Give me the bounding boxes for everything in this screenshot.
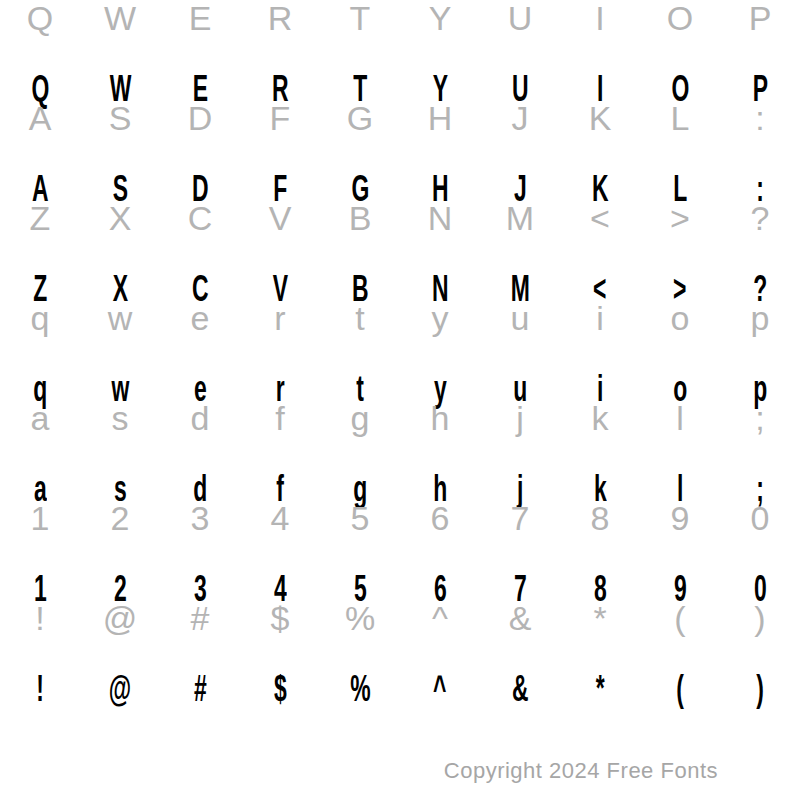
char-cell: g <box>320 401 400 435</box>
char-glyph: 9 <box>671 501 690 535</box>
char-glyph: h <box>431 401 450 435</box>
char-glyph: Y <box>429 1 452 35</box>
char-glyph: 4 <box>271 501 290 535</box>
char-glyph: H <box>428 101 453 135</box>
char-cell: ^ <box>400 601 480 635</box>
char-cell: O <box>640 1 720 35</box>
char-cell: ) <box>720 601 800 635</box>
char-glyph: Q <box>27 1 53 35</box>
char-glyph: 6 <box>431 501 450 535</box>
char-cell: J <box>480 101 560 135</box>
char-glyph: 3 <box>191 501 210 535</box>
char-cell: * <box>560 670 640 707</box>
char-cell: a <box>0 401 80 435</box>
char-glyph: J <box>512 101 529 135</box>
char-cell: * <box>560 601 640 635</box>
char-cell: & <box>480 670 560 707</box>
char-glyph: p <box>751 301 770 335</box>
char-cell: k <box>560 401 640 435</box>
char-cell: E <box>160 1 240 35</box>
char-cell: t <box>320 301 400 335</box>
char-glyph: ? <box>751 201 770 235</box>
preview-row: asdfghjkl; <box>0 401 800 435</box>
char-glyph: W <box>104 1 136 35</box>
char-cell: ! <box>0 670 80 707</box>
char-glyph: * <box>593 601 606 635</box>
char-cell: i <box>560 301 640 335</box>
char-cell: 6 <box>400 501 480 535</box>
char-cell: V <box>240 201 320 235</box>
char-glyph: E <box>189 1 212 35</box>
char-cell: 9 <box>640 501 720 535</box>
char-glyph: o <box>671 301 690 335</box>
char-glyph: 5 <box>351 501 370 535</box>
char-glyph: ) <box>756 670 764 707</box>
char-glyph: P <box>749 1 772 35</box>
char-cell: @ <box>80 670 160 707</box>
char-cell: 5 <box>320 501 400 535</box>
char-cell: q <box>0 301 80 335</box>
footer-copyright: Copyright 2024 Free Fonts <box>444 760 718 782</box>
char-cell: 0 <box>720 501 800 535</box>
char-glyph: T <box>350 1 371 35</box>
char-cell: ( <box>640 601 720 635</box>
char-cell: h <box>400 401 480 435</box>
char-cell: $ <box>240 601 320 635</box>
char-glyph: > <box>670 201 690 235</box>
char-cell: L <box>640 101 720 135</box>
char-glyph: y <box>432 301 449 335</box>
char-glyph: K <box>589 101 612 135</box>
char-glyph: # <box>194 670 207 707</box>
char-glyph: k <box>592 401 609 435</box>
char-cell: S <box>80 101 160 135</box>
char-cell: s <box>80 401 160 435</box>
char-cell: A <box>0 101 80 135</box>
char-cell: N <box>400 201 480 235</box>
char-cell: & <box>480 601 560 635</box>
char-glyph: ) <box>754 601 765 635</box>
char-cell: I <box>560 1 640 35</box>
char-glyph: U <box>508 1 533 35</box>
char-cell: Z <box>0 201 80 235</box>
char-cell: M <box>480 201 560 235</box>
char-cell: j <box>480 401 560 435</box>
char-glyph: u <box>511 301 530 335</box>
char-cell: X <box>80 201 160 235</box>
char-glyph: V <box>269 201 292 235</box>
char-glyph: C <box>188 201 213 235</box>
char-cell: ^ <box>400 670 480 707</box>
char-cell: e <box>160 301 240 335</box>
char-glyph: f <box>275 401 284 435</box>
char-glyph: 7 <box>511 501 530 535</box>
font-specimen-sheet: QWERTYUIOPQWERTYUIOPASDFGHJKL:ASDFGHJKL:… <box>0 0 800 800</box>
char-glyph: ; <box>755 401 764 435</box>
char-cell: $ <box>240 670 320 707</box>
char-cell: ? <box>720 201 800 235</box>
char-cell: # <box>160 670 240 707</box>
char-glyph: : <box>755 101 764 135</box>
char-glyph: ! <box>35 601 44 635</box>
char-cell: W <box>80 1 160 35</box>
char-cell: y <box>400 301 480 335</box>
char-glyph: B <box>349 201 372 235</box>
char-glyph: Z <box>30 201 51 235</box>
preview-row: QWERTYUIOP <box>0 1 800 35</box>
char-cell: T <box>320 1 400 35</box>
char-glyph: X <box>109 201 132 235</box>
char-cell: 3 <box>160 501 240 535</box>
preview-row: !@#$%^&*() <box>0 601 800 635</box>
char-cell: % <box>320 601 400 635</box>
char-glyph: I <box>595 1 604 35</box>
char-cell: G <box>320 101 400 135</box>
char-glyph: # <box>191 601 210 635</box>
char-cell: K <box>560 101 640 135</box>
specimen-row: !@#$%^&*() <box>0 670 800 707</box>
char-glyph: % <box>345 601 375 635</box>
char-glyph: F <box>270 101 291 135</box>
char-glyph: e <box>191 301 210 335</box>
char-glyph: ^ <box>433 670 446 707</box>
char-cell: R <box>240 1 320 35</box>
char-cell: F <box>240 101 320 135</box>
char-cell: U <box>480 1 560 35</box>
char-glyph: D <box>188 101 213 135</box>
char-glyph: & <box>509 601 532 635</box>
char-cell: P <box>720 1 800 35</box>
char-glyph: O <box>667 1 693 35</box>
char-glyph: 2 <box>111 501 130 535</box>
char-cell: ; <box>720 401 800 435</box>
char-glyph: $ <box>271 601 290 635</box>
char-glyph: M <box>506 201 534 235</box>
char-glyph: @ <box>109 670 131 707</box>
char-glyph: 0 <box>751 501 770 535</box>
char-cell: @ <box>80 601 160 635</box>
char-glyph: % <box>350 670 370 707</box>
preview-row: qwertyuiop <box>0 301 800 335</box>
char-glyph: & <box>512 670 529 707</box>
char-cell: u <box>480 301 560 335</box>
char-cell: p <box>720 301 800 335</box>
char-glyph: a <box>31 401 50 435</box>
char-glyph: @ <box>103 601 138 635</box>
char-glyph: $ <box>274 670 287 707</box>
char-cell: f <box>240 401 320 435</box>
char-cell: ( <box>640 670 720 707</box>
preview-row: 1234567890 <box>0 501 800 535</box>
char-glyph: r <box>274 301 285 335</box>
char-cell: D <box>160 101 240 135</box>
char-cell: 1 <box>0 501 80 535</box>
char-cell: Y <box>400 1 480 35</box>
char-glyph: i <box>596 301 604 335</box>
char-glyph: ( <box>674 601 685 635</box>
char-cell: w <box>80 301 160 335</box>
char-glyph: s <box>112 401 129 435</box>
char-cell: B <box>320 201 400 235</box>
char-glyph: d <box>191 401 210 435</box>
char-cell: ) <box>720 670 800 707</box>
char-cell: % <box>320 670 400 707</box>
char-glyph: l <box>676 401 684 435</box>
char-cell: d <box>160 401 240 435</box>
char-glyph: R <box>268 1 293 35</box>
char-cell: 4 <box>240 501 320 535</box>
char-glyph: L <box>671 101 690 135</box>
char-glyph: N <box>428 201 453 235</box>
char-glyph: g <box>351 401 370 435</box>
char-cell: r <box>240 301 320 335</box>
char-glyph: 1 <box>31 501 50 535</box>
char-cell: l <box>640 401 720 435</box>
char-glyph: S <box>109 101 132 135</box>
char-cell: # <box>160 601 240 635</box>
char-cell: > <box>640 201 720 235</box>
char-cell: 8 <box>560 501 640 535</box>
char-cell: : <box>720 101 800 135</box>
char-cell: C <box>160 201 240 235</box>
char-glyph: ( <box>676 670 684 707</box>
char-glyph: * <box>596 670 605 707</box>
char-cell: o <box>640 301 720 335</box>
char-cell: ! <box>0 601 80 635</box>
preview-row: ZXCVBNM<>? <box>0 201 800 235</box>
char-cell: H <box>400 101 480 135</box>
char-glyph: q <box>31 301 50 335</box>
char-glyph: j <box>516 401 524 435</box>
char-glyph: t <box>355 301 364 335</box>
char-cell: < <box>560 201 640 235</box>
preview-row: ASDFGHJKL: <box>0 101 800 135</box>
char-glyph: ! <box>36 670 44 707</box>
char-cell: 2 <box>80 501 160 535</box>
char-glyph: A <box>29 101 52 135</box>
char-glyph: ^ <box>432 601 448 635</box>
char-glyph: w <box>108 301 133 335</box>
char-cell: Q <box>0 1 80 35</box>
char-glyph: < <box>590 201 610 235</box>
char-glyph: G <box>347 101 373 135</box>
char-glyph: 8 <box>591 501 610 535</box>
char-cell: 7 <box>480 501 560 535</box>
